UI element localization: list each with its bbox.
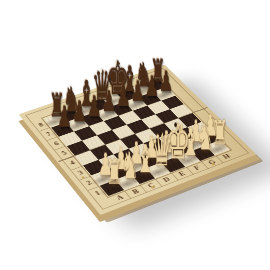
finial-tip [114,60,116,64]
piece-glyph: ♟ [54,102,73,131]
board-squares-grid: ♜♞♝♛♚♝♞♜♟♟♟♟♟♟♟♟♟♟♟♟♟♟♟♟♜♞♝♛♚♝♞♜ [44,79,230,196]
product-photo-scene: ♜♞♝♛♚♝♞♜♟♟♟♟♟♟♟♟♟♟♟♟♟♟♟♟♜♞♝♛♚♝♞♜ ABCDEFG… [0,0,270,270]
finial-tip [174,122,177,127]
finial-tip [158,132,161,137]
finial-tip [99,69,101,73]
chess-board: ♜♞♝♛♚♝♞♜♟♟♟♟♟♟♟♟♟♟♟♟♟♟♟♟♜♞♝♛♚♝♞♜ ABCDEFG… [19,65,257,215]
piece-glyph: ♜ [103,155,123,189]
